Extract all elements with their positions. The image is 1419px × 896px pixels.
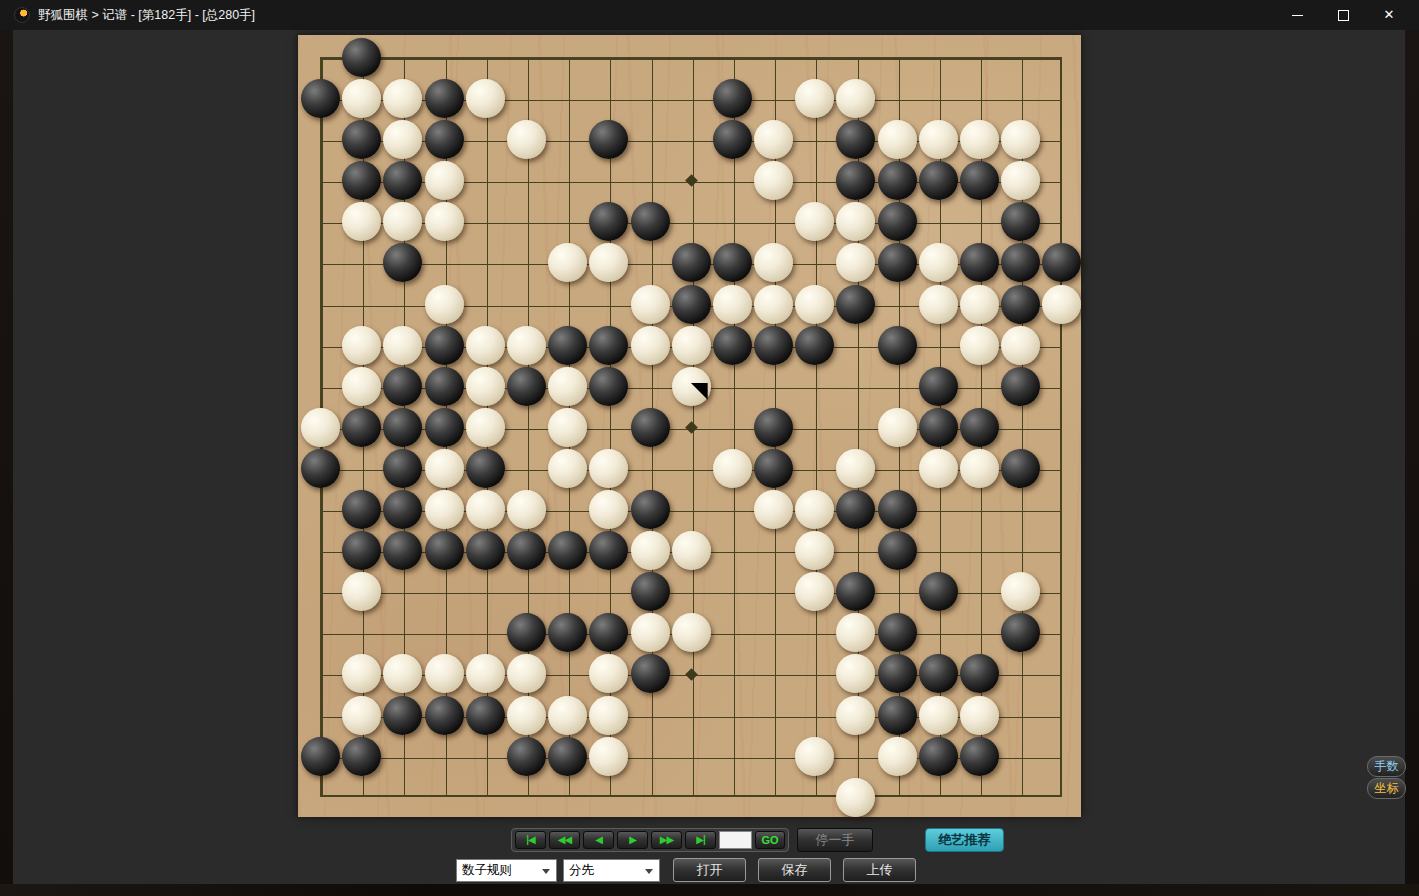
board-point[interactable] [341,736,382,777]
white-stone[interactable] [713,285,752,324]
board-point[interactable] [465,160,506,201]
board-point[interactable] [753,201,794,242]
black-stone[interactable] [960,408,999,447]
board-point[interactable] [877,530,918,571]
white-stone[interactable] [960,449,999,488]
board-point[interactable] [877,366,918,407]
board-point[interactable] [300,284,341,325]
black-stone[interactable] [548,326,587,365]
board-point[interactable] [300,448,341,489]
white-stone[interactable] [342,572,381,611]
board-point[interactable] [753,37,794,78]
board-point[interactable] [300,201,341,242]
black-stone[interactable] [383,449,422,488]
black-stone[interactable] [878,654,917,693]
board-point[interactable] [959,448,1000,489]
board-point[interactable] [712,653,753,694]
white-stone[interactable] [425,490,464,529]
black-stone[interactable] [836,490,875,529]
board-point[interactable] [506,37,547,78]
white-stone[interactable] [795,79,834,118]
board-point[interactable] [671,201,712,242]
board-point[interactable] [465,530,506,571]
board-point[interactable] [712,571,753,612]
board-point[interactable] [712,736,753,777]
board-point[interactable] [753,695,794,736]
white-stone[interactable] [878,408,917,447]
white-stone[interactable] [836,243,875,282]
board-point[interactable] [1000,242,1041,283]
board-point[interactable] [877,407,918,448]
board-point[interactable] [671,777,712,818]
board-point[interactable] [588,78,629,119]
white-stone[interactable] [301,408,340,447]
board-point[interactable] [300,695,341,736]
white-stone[interactable] [425,285,464,324]
board-point[interactable] [671,284,712,325]
white-stone[interactable] [425,654,464,693]
board-point[interactable] [547,366,588,407]
board-point[interactable] [918,37,959,78]
board-point[interactable] [1000,448,1041,489]
board-point[interactable] [712,777,753,818]
white-stone[interactable] [878,120,917,159]
board-point[interactable] [630,777,671,818]
maximize-button[interactable] [1321,0,1365,30]
black-stone[interactable] [466,696,505,735]
white-stone[interactable] [342,696,381,735]
board-point[interactable] [877,78,918,119]
white-stone[interactable] [836,613,875,652]
board-point[interactable] [794,407,835,448]
board-point[interactable] [465,695,506,736]
board-point[interactable] [877,37,918,78]
white-stone[interactable] [1001,326,1040,365]
board-point[interactable] [630,571,671,612]
black-stone[interactable] [919,572,958,611]
board-point[interactable] [794,736,835,777]
board-point[interactable] [630,366,671,407]
board-point[interactable] [382,407,423,448]
black-stone[interactable] [878,613,917,652]
board-point[interactable] [300,160,341,201]
board-point[interactable] [341,78,382,119]
board-point[interactable] [918,695,959,736]
board-point[interactable] [300,242,341,283]
board-point[interactable] [588,695,629,736]
black-stone[interactable] [836,161,875,200]
board-point[interactable] [794,325,835,366]
black-stone[interactable] [548,613,587,652]
board-point[interactable] [506,653,547,694]
board-point[interactable] [1000,736,1041,777]
move-number-input[interactable] [719,831,752,849]
board-point[interactable] [1000,407,1041,448]
board-point[interactable] [1000,78,1041,119]
white-stone[interactable] [631,326,670,365]
board-point[interactable] [382,736,423,777]
board-point[interactable] [753,571,794,612]
black-stone[interactable] [1001,449,1040,488]
white-stone[interactable] [672,613,711,652]
board-point[interactable] [382,242,423,283]
board-point[interactable] [671,160,712,201]
white-stone[interactable] [548,449,587,488]
board-point[interactable] [753,242,794,283]
board-point[interactable] [671,366,712,407]
board-point[interactable] [959,653,1000,694]
board-point[interactable] [671,448,712,489]
board-point[interactable] [794,37,835,78]
white-stone[interactable] [507,326,546,365]
board-point[interactable] [506,78,547,119]
board-point[interactable] [547,242,588,283]
black-stone[interactable] [301,737,340,776]
board-point[interactable] [877,448,918,489]
white-stone[interactable] [836,449,875,488]
white-stone[interactable] [589,449,628,488]
board-point[interactable] [630,325,671,366]
board-point[interactable] [341,653,382,694]
board-point[interactable] [794,78,835,119]
board-point[interactable] [712,530,753,571]
board-point[interactable] [753,777,794,818]
black-stone[interactable] [878,696,917,735]
black-stone[interactable] [301,79,340,118]
board-point[interactable] [712,37,753,78]
board-point[interactable] [835,325,876,366]
board-point[interactable] [630,530,671,571]
board-point[interactable] [506,201,547,242]
board-point[interactable] [424,571,465,612]
black-stone[interactable] [342,408,381,447]
board-point[interactable] [382,366,423,407]
board-point[interactable] [877,571,918,612]
board-point[interactable] [300,325,341,366]
white-stone[interactable] [836,696,875,735]
black-stone[interactable] [919,161,958,200]
black-stone[interactable] [713,243,752,282]
board-point[interactable] [1041,78,1082,119]
black-stone[interactable] [342,120,381,159]
black-stone[interactable] [425,696,464,735]
board-point[interactable] [753,119,794,160]
board-point[interactable] [630,37,671,78]
board-point[interactable] [300,530,341,571]
board-point[interactable] [877,695,918,736]
nav-fast-forward-button[interactable]: ▶▶ [651,831,682,849]
white-stone[interactable] [425,161,464,200]
white-stone[interactable] [919,449,958,488]
board-point[interactable] [424,407,465,448]
board-point[interactable] [712,695,753,736]
nav-fast-back-button[interactable]: ◀◀ [549,831,580,849]
black-stone[interactable] [383,408,422,447]
board-point[interactable] [547,407,588,448]
black-stone[interactable] [342,490,381,529]
white-stone[interactable] [342,367,381,406]
board-point[interactable] [671,119,712,160]
black-stone[interactable] [383,490,422,529]
board-point[interactable] [465,736,506,777]
board-point[interactable] [506,284,547,325]
black-stone[interactable] [713,326,752,365]
black-stone[interactable] [754,408,793,447]
board-point[interactable] [630,448,671,489]
board-point[interactable] [918,777,959,818]
board-point[interactable] [1000,653,1041,694]
board-point[interactable] [547,777,588,818]
white-stone[interactable] [713,449,752,488]
white-stone[interactable] [589,654,628,693]
black-stone[interactable] [466,531,505,570]
black-stone[interactable] [919,654,958,693]
board-point[interactable] [753,366,794,407]
board-point[interactable] [877,325,918,366]
board-point[interactable] [712,242,753,283]
board-point[interactable] [835,571,876,612]
coordinates-toggle[interactable]: 坐标 [1367,778,1406,799]
white-stone[interactable] [631,285,670,324]
black-stone[interactable] [589,202,628,241]
board-point[interactable] [341,695,382,736]
board-point[interactable] [753,612,794,653]
board-point[interactable] [341,612,382,653]
board-point[interactable] [671,325,712,366]
white-stone[interactable] [919,696,958,735]
board-point[interactable] [341,489,382,530]
white-stone[interactable] [754,285,793,324]
black-stone[interactable] [342,161,381,200]
nav-first-button[interactable]: |◀ [515,831,546,849]
board-point[interactable] [465,407,506,448]
board-point[interactable] [877,736,918,777]
board-point[interactable] [918,242,959,283]
board-point[interactable] [712,284,753,325]
board-point[interactable] [835,37,876,78]
board-point[interactable] [506,530,547,571]
white-stone[interactable] [1001,572,1040,611]
black-stone[interactable] [425,79,464,118]
board-point[interactable] [465,489,506,530]
minimize-button[interactable] [1275,0,1319,30]
board-point[interactable] [1041,366,1082,407]
board-point[interactable] [918,448,959,489]
board-point[interactable] [1041,201,1082,242]
board-point[interactable] [877,201,918,242]
board-point[interactable] [835,653,876,694]
board-point[interactable] [547,695,588,736]
white-stone[interactable] [878,737,917,776]
board-point[interactable] [1041,777,1082,818]
white-stone[interactable] [960,285,999,324]
board-point[interactable] [918,78,959,119]
board-point[interactable] [794,160,835,201]
board-point[interactable] [959,160,1000,201]
board-point[interactable] [547,736,588,777]
board-point[interactable] [959,695,1000,736]
white-stone[interactable] [383,654,422,693]
board-point[interactable] [877,612,918,653]
board-point[interactable] [1041,325,1082,366]
black-stone[interactable] [301,449,340,488]
board-point[interactable] [753,160,794,201]
board-point[interactable] [341,777,382,818]
black-stone[interactable] [1001,285,1040,324]
board-point[interactable] [835,736,876,777]
black-stone[interactable] [589,326,628,365]
black-stone[interactable] [960,243,999,282]
white-stone[interactable] [507,120,546,159]
board-point[interactable] [424,777,465,818]
white-stone[interactable] [425,449,464,488]
board-point[interactable] [300,777,341,818]
board-point[interactable] [918,612,959,653]
board-point[interactable] [753,284,794,325]
board-point[interactable] [671,736,712,777]
board-point[interactable] [547,489,588,530]
black-stone[interactable] [1001,243,1040,282]
black-stone[interactable] [795,326,834,365]
board-point[interactable] [671,489,712,530]
board-point[interactable] [794,777,835,818]
board-point[interactable] [506,695,547,736]
white-stone[interactable] [1001,161,1040,200]
board-point[interactable] [1000,571,1041,612]
board-point[interactable] [712,201,753,242]
board-point[interactable] [465,448,506,489]
white-stone[interactable] [548,243,587,282]
board-point[interactable] [300,612,341,653]
board-point[interactable] [835,366,876,407]
black-stone[interactable] [589,120,628,159]
board-point[interactable] [918,366,959,407]
board-point[interactable] [918,201,959,242]
nav-last-button[interactable]: ▶| [685,831,716,849]
white-stone[interactable] [589,696,628,735]
board-point[interactable] [506,325,547,366]
board-point[interactable] [424,37,465,78]
black-stone[interactable] [383,696,422,735]
board-point[interactable] [547,37,588,78]
board-point[interactable] [547,612,588,653]
board-point[interactable] [588,530,629,571]
board-point[interactable] [959,530,1000,571]
board-point[interactable] [382,325,423,366]
white-stone[interactable] [425,202,464,241]
move-numbers-toggle[interactable]: 手数 [1367,756,1406,777]
black-stone[interactable] [919,367,958,406]
board-point[interactable] [465,653,506,694]
board-point[interactable] [712,448,753,489]
board-point[interactable] [547,530,588,571]
board-point[interactable] [959,777,1000,818]
white-stone[interactable] [466,326,505,365]
board-point[interactable] [959,119,1000,160]
black-stone[interactable] [1042,243,1081,282]
board-point[interactable] [424,78,465,119]
board-point[interactable] [588,489,629,530]
board-point[interactable] [547,448,588,489]
board-point[interactable] [341,366,382,407]
white-stone[interactable] [754,243,793,282]
board-point[interactable] [341,242,382,283]
board-point[interactable] [424,489,465,530]
board-point[interactable] [959,242,1000,283]
board-point[interactable] [382,78,423,119]
board-point[interactable] [712,78,753,119]
board-point[interactable] [588,366,629,407]
board-point[interactable] [835,695,876,736]
upload-button[interactable]: 上传 [843,858,916,882]
black-stone[interactable] [672,285,711,324]
white-stone[interactable] [466,367,505,406]
board-point[interactable] [877,119,918,160]
board-point[interactable] [300,366,341,407]
board-point[interactable] [753,78,794,119]
board-point[interactable] [671,612,712,653]
black-stone[interactable] [1001,202,1040,241]
black-stone[interactable] [342,531,381,570]
black-stone[interactable] [507,367,546,406]
board-point[interactable] [712,489,753,530]
board-point[interactable] [341,284,382,325]
black-stone[interactable] [507,613,546,652]
black-stone[interactable] [878,243,917,282]
board-point[interactable] [300,489,341,530]
black-stone[interactable] [1001,367,1040,406]
board-point[interactable] [959,407,1000,448]
board-point[interactable] [382,695,423,736]
board-point[interactable] [424,736,465,777]
black-stone[interactable] [383,161,422,200]
white-stone[interactable] [507,654,546,693]
board-point[interactable] [465,612,506,653]
board-point[interactable] [794,366,835,407]
board-point[interactable] [506,407,547,448]
board-point[interactable] [547,653,588,694]
board-point[interactable] [918,325,959,366]
board-point[interactable] [465,571,506,612]
board-point[interactable] [1041,119,1082,160]
board-point[interactable] [753,530,794,571]
board-point[interactable] [424,201,465,242]
board-point[interactable] [794,695,835,736]
board-point[interactable] [382,612,423,653]
save-button[interactable]: 保存 [758,858,831,882]
board-point[interactable] [465,37,506,78]
black-stone[interactable] [878,202,917,241]
board-point[interactable] [547,160,588,201]
board-point[interactable] [794,653,835,694]
board-point[interactable] [382,530,423,571]
board-point[interactable] [424,448,465,489]
board-point[interactable] [341,571,382,612]
board-point[interactable] [1041,653,1082,694]
white-stone[interactable] [548,408,587,447]
board-point[interactable] [835,201,876,242]
black-stone[interactable] [383,367,422,406]
black-stone[interactable] [878,531,917,570]
board-point[interactable] [671,653,712,694]
board-point[interactable] [382,160,423,201]
board-point[interactable] [341,119,382,160]
board-point[interactable] [671,530,712,571]
black-stone[interactable] [589,531,628,570]
black-stone[interactable] [1001,613,1040,652]
board-point[interactable] [465,284,506,325]
board-point[interactable] [424,695,465,736]
